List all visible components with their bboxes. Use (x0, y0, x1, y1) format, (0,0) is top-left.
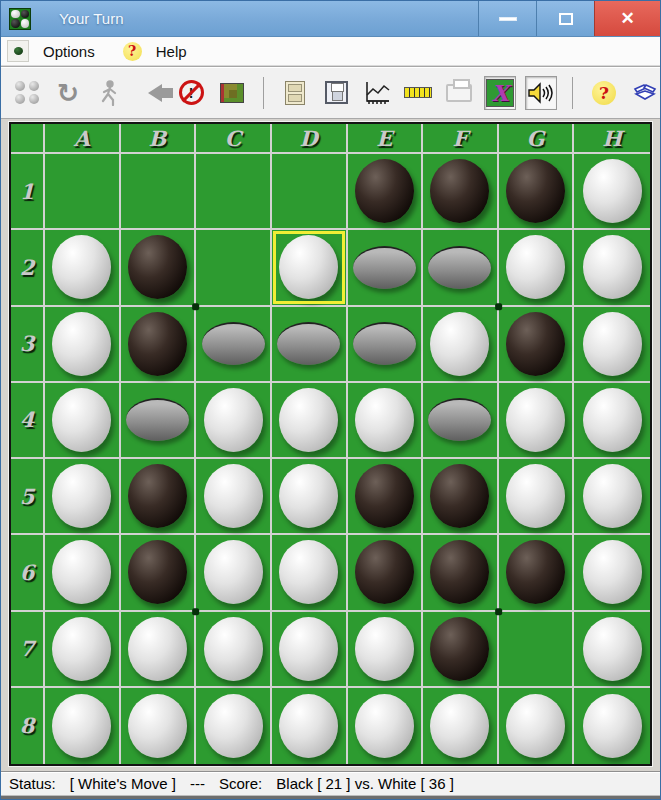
star-point (192, 303, 199, 310)
statistics-button[interactable] (361, 76, 393, 110)
square-E2[interactable] (348, 230, 424, 306)
white-disc (583, 617, 642, 681)
move-list-button[interactable] (216, 76, 248, 110)
square-G3[interactable] (499, 307, 575, 383)
square-E4[interactable] (348, 383, 424, 459)
white-disc (52, 540, 111, 604)
black-disc (430, 464, 489, 528)
question-mark-icon: ? (592, 81, 616, 105)
square-D6[interactable] (272, 535, 348, 611)
menu-options[interactable]: Options (37, 40, 101, 63)
maximize-icon (559, 13, 573, 25)
toolbar-separator (572, 77, 573, 109)
column-label-G: G (499, 124, 575, 154)
white-disc (506, 464, 565, 528)
printer-icon (446, 84, 472, 102)
square-E6[interactable] (348, 535, 424, 611)
column-label-C: C (196, 124, 272, 154)
square-F6[interactable] (423, 535, 499, 611)
purple-x-icon: X (486, 79, 514, 107)
square-C1[interactable] (196, 154, 272, 230)
white-disc (279, 617, 338, 681)
white-disc (279, 464, 338, 528)
square-G5[interactable] (499, 459, 575, 535)
square-B7[interactable] (121, 612, 197, 688)
square-D4[interactable] (272, 383, 348, 459)
green-dot-icon (14, 47, 23, 55)
white-disc (506, 694, 565, 758)
square-F2[interactable] (423, 230, 499, 306)
black-disc (355, 159, 414, 223)
open-file-button[interactable] (279, 76, 311, 110)
white-disc (506, 388, 565, 452)
square-H2[interactable] (574, 230, 650, 306)
square-H4[interactable] (574, 383, 650, 459)
square-F3[interactable] (423, 307, 499, 383)
toolbar: ↻ ! (1, 66, 660, 119)
white-disc (52, 694, 111, 758)
column-label-D: D (272, 124, 348, 154)
white-disc (204, 388, 263, 452)
sound-toggle-button[interactable] (525, 76, 557, 110)
square-B3[interactable] (121, 307, 197, 383)
row-label-5: 5 (11, 459, 45, 535)
white-disc (204, 694, 263, 758)
white-disc (52, 312, 111, 376)
board-grid: ABCDEFGH12345678 (9, 122, 652, 766)
black-disc (506, 159, 565, 223)
status-separator: --- (190, 775, 205, 792)
row-label-2: 2 (11, 230, 45, 306)
square-C3[interactable] (196, 307, 272, 383)
help-button[interactable]: ? (588, 76, 620, 110)
black-disc (128, 312, 187, 376)
square-B2[interactable] (121, 230, 197, 306)
square-C8[interactable] (196, 688, 272, 764)
square-F5[interactable] (423, 459, 499, 535)
white-disc (128, 617, 187, 681)
save-game-button[interactable] (320, 76, 352, 110)
square-G4[interactable] (499, 383, 575, 459)
book-icon (631, 81, 659, 105)
square-A8[interactable] (45, 688, 121, 764)
square-C6[interactable] (196, 535, 272, 611)
square-F8[interactable] (423, 688, 499, 764)
star-point (495, 303, 502, 310)
status-bar: Status: [ White's Move ] --- Score: Blac… (1, 771, 660, 795)
status-label: Status: (9, 775, 56, 792)
square-D5[interactable] (272, 459, 348, 535)
flipping-disc (202, 322, 265, 365)
white-disc (204, 617, 263, 681)
flipping-disc (126, 398, 189, 441)
white-disc (279, 540, 338, 604)
refresh-icon: ↻ (57, 80, 79, 106)
flipping-disc (353, 322, 416, 365)
square-G7[interactable] (499, 612, 575, 688)
column-label-H: H (574, 124, 650, 154)
move-grid-icon (220, 83, 244, 103)
black-disc (506, 540, 565, 604)
floppy-disk-icon (325, 81, 348, 104)
square-B6[interactable] (121, 535, 197, 611)
flipping-disc (277, 322, 340, 365)
row-label-4: 4 (11, 383, 45, 459)
measure-button[interactable] (402, 76, 434, 110)
white-disc (279, 235, 338, 299)
white-disc (128, 694, 187, 758)
square-H6[interactable] (574, 535, 650, 611)
white-disc (583, 694, 642, 758)
white-disc (279, 694, 338, 758)
speaker-icon (527, 81, 555, 105)
square-H8[interactable] (574, 688, 650, 764)
square-D2[interactable] (272, 230, 348, 306)
square-B5[interactable] (121, 459, 197, 535)
rules-book-button[interactable] (629, 76, 661, 110)
flipping-disc (428, 398, 491, 441)
square-A5[interactable] (45, 459, 121, 535)
minimize-button[interactable] (478, 1, 536, 36)
black-disc (355, 464, 414, 528)
no-symbol-icon: ! (179, 80, 204, 105)
restart-button[interactable]: ↻ (52, 76, 84, 110)
square-D8[interactable] (272, 688, 348, 764)
square-D1[interactable] (272, 154, 348, 230)
app-icon (9, 8, 31, 30)
column-label-B: B (121, 124, 197, 154)
row-label-7: 7 (11, 612, 45, 688)
square-B8[interactable] (121, 688, 197, 764)
help-question-icon: ? (123, 42, 142, 61)
square-C5[interactable] (196, 459, 272, 535)
square-E5[interactable] (348, 459, 424, 535)
square-F7[interactable] (423, 612, 499, 688)
flipping-disc (353, 246, 416, 289)
white-disc (583, 159, 642, 223)
white-disc (583, 312, 642, 376)
black-disc (506, 312, 565, 376)
square-A1[interactable] (45, 154, 121, 230)
white-disc (355, 617, 414, 681)
minimize-icon (499, 17, 517, 21)
white-disc (52, 617, 111, 681)
white-disc (506, 235, 565, 299)
square-H3[interactable] (574, 307, 650, 383)
white-disc (583, 540, 642, 604)
white-disc (430, 694, 489, 758)
board-area: ABCDEFGH12345678 (1, 119, 660, 771)
square-D7[interactable] (272, 612, 348, 688)
square-F1[interactable] (423, 154, 499, 230)
close-button[interactable]: ✕ (594, 1, 660, 36)
square-G8[interactable] (499, 688, 575, 764)
line-chart-icon (364, 81, 390, 105)
white-disc (583, 464, 642, 528)
title-bar: Your Turn ✕ (1, 1, 660, 37)
print-button[interactable] (443, 76, 475, 110)
square-E7[interactable] (348, 612, 424, 688)
row-label-6: 6 (11, 535, 45, 611)
white-disc (583, 235, 642, 299)
white-disc (355, 388, 414, 452)
menu-bar: Options ? Help (1, 37, 660, 66)
no-hint-button[interactable]: ! (175, 76, 207, 110)
square-G1[interactable] (499, 154, 575, 230)
square-B4[interactable] (121, 383, 197, 459)
square-G6[interactable] (499, 535, 575, 611)
square-E1[interactable] (348, 154, 424, 230)
undo-button[interactable] (134, 76, 166, 110)
black-disc (430, 617, 489, 681)
square-A3[interactable] (45, 307, 121, 383)
column-label-A: A (45, 124, 121, 154)
window-title: Your Turn (59, 10, 124, 27)
back-arrow-icon (139, 84, 162, 102)
maximize-button[interactable] (536, 1, 594, 36)
white-disc (279, 388, 338, 452)
black-disc (430, 540, 489, 604)
white-disc (52, 235, 111, 299)
square-E3[interactable] (348, 307, 424, 383)
white-disc (583, 388, 642, 452)
row-label-8: 8 (11, 688, 45, 764)
column-label-E: E (348, 124, 424, 154)
square-C2[interactable] (196, 230, 272, 306)
square-H7[interactable] (574, 612, 650, 688)
square-A4[interactable] (45, 383, 121, 459)
black-disc (128, 235, 187, 299)
white-disc (204, 540, 263, 604)
row-label-3: 3 (11, 307, 45, 383)
walking-figure-icon (98, 80, 120, 106)
ruler-icon (404, 87, 432, 98)
square-E8[interactable] (348, 688, 424, 764)
white-disc (355, 694, 414, 758)
white-disc (204, 464, 263, 528)
close-icon: ✕ (620, 8, 634, 29)
star-point (495, 608, 502, 615)
flipping-disc (428, 246, 491, 289)
four-discs-icon (15, 81, 39, 105)
black-disc (430, 159, 489, 223)
square-C7[interactable] (196, 612, 272, 688)
square-G2[interactable] (499, 230, 575, 306)
square-H5[interactable] (574, 459, 650, 535)
board-corner (11, 124, 45, 154)
white-disc (52, 464, 111, 528)
score-label: Score: (219, 775, 262, 792)
row-label-1: 1 (11, 154, 45, 230)
bullet-menu-button[interactable] (7, 40, 29, 62)
star-point (192, 608, 199, 615)
square-F4[interactable] (423, 383, 499, 459)
window-bottom-edge (1, 795, 660, 799)
white-disc (430, 312, 489, 376)
status-value: [ White's Move ] (70, 775, 176, 792)
square-A2[interactable] (45, 230, 121, 306)
score-value: Black [ 21 ] vs. White [ 36 ] (276, 775, 454, 792)
black-disc (128, 540, 187, 604)
square-C4[interactable] (196, 383, 272, 459)
toolbar-separator (263, 77, 264, 109)
square-A7[interactable] (45, 612, 121, 688)
square-H1[interactable] (574, 154, 650, 230)
black-disc (128, 464, 187, 528)
new-game-button[interactable] (11, 76, 43, 110)
black-disc (355, 540, 414, 604)
auto-play-button[interactable] (93, 76, 125, 110)
square-B1[interactable] (121, 154, 197, 230)
square-D3[interactable] (272, 307, 348, 383)
white-disc (52, 388, 111, 452)
square-A6[interactable] (45, 535, 121, 611)
column-label-F: F (423, 124, 499, 154)
file-cabinet-icon (285, 81, 305, 105)
menu-help[interactable]: Help (150, 40, 193, 63)
marker-toggle-button[interactable]: X (484, 76, 516, 110)
